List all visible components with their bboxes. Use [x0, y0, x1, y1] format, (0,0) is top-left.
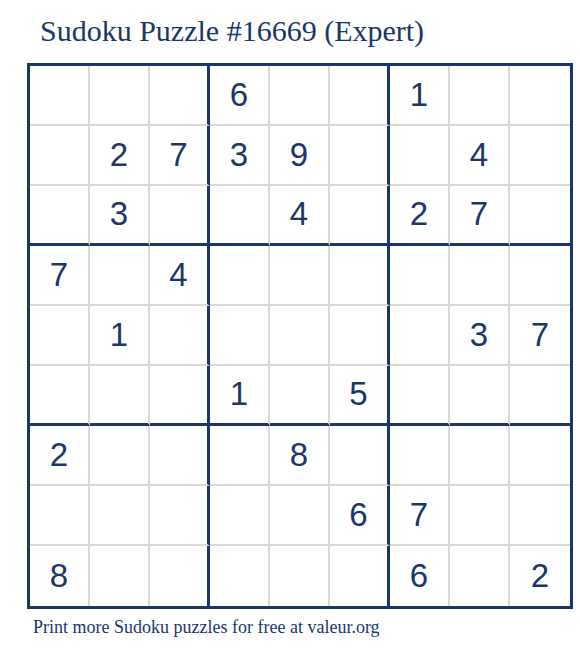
- cell-r6c2[interactable]: [90, 366, 150, 426]
- cell-r1c6[interactable]: [330, 66, 390, 126]
- cell-r5c2[interactable]: 1: [90, 306, 150, 366]
- cell-r9c5[interactable]: [270, 546, 330, 606]
- cell-r2c4[interactable]: 3: [210, 126, 270, 186]
- cell-r3c1[interactable]: [30, 186, 90, 246]
- cell-r4c2[interactable]: [90, 246, 150, 306]
- cell-r5c9[interactable]: 7: [510, 306, 570, 366]
- cell-r8c9[interactable]: [510, 486, 570, 546]
- sudoku-board: 6127394342774137152867862: [27, 63, 573, 609]
- cell-r3c2[interactable]: 3: [90, 186, 150, 246]
- cell-r6c8[interactable]: [450, 366, 510, 426]
- cell-r9c7[interactable]: 6: [390, 546, 450, 606]
- cell-r1c8[interactable]: [450, 66, 510, 126]
- cell-r5c8[interactable]: 3: [450, 306, 510, 366]
- cell-r4c3[interactable]: 4: [150, 246, 210, 306]
- cell-r5c7[interactable]: [390, 306, 450, 366]
- cell-r4c4[interactable]: [210, 246, 270, 306]
- cell-r7c9[interactable]: [510, 426, 570, 486]
- cell-r9c1[interactable]: 8: [30, 546, 90, 606]
- cell-r9c2[interactable]: [90, 546, 150, 606]
- cell-r8c1[interactable]: [30, 486, 90, 546]
- cell-r1c1[interactable]: [30, 66, 90, 126]
- cell-r7c6[interactable]: [330, 426, 390, 486]
- cell-r4c9[interactable]: [510, 246, 570, 306]
- cell-r8c2[interactable]: [90, 486, 150, 546]
- cell-r9c4[interactable]: [210, 546, 270, 606]
- cell-r2c1[interactable]: [30, 126, 90, 186]
- cell-r7c7[interactable]: [390, 426, 450, 486]
- cell-r9c8[interactable]: [450, 546, 510, 606]
- cell-r1c7[interactable]: 1: [390, 66, 450, 126]
- cell-r1c5[interactable]: [270, 66, 330, 126]
- cell-r4c8[interactable]: [450, 246, 510, 306]
- cell-r3c7[interactable]: 2: [390, 186, 450, 246]
- cell-r8c6[interactable]: 6: [330, 486, 390, 546]
- cell-r5c4[interactable]: [210, 306, 270, 366]
- cell-r2c8[interactable]: 4: [450, 126, 510, 186]
- cell-r8c3[interactable]: [150, 486, 210, 546]
- cell-r7c8[interactable]: [450, 426, 510, 486]
- cell-r5c5[interactable]: [270, 306, 330, 366]
- footer-text: Print more Sudoku puzzles for free at va…: [33, 617, 580, 638]
- cell-r7c2[interactable]: [90, 426, 150, 486]
- cell-r7c4[interactable]: [210, 426, 270, 486]
- cell-r8c8[interactable]: [450, 486, 510, 546]
- cell-r5c6[interactable]: [330, 306, 390, 366]
- cell-r3c6[interactable]: [330, 186, 390, 246]
- cell-r9c6[interactable]: [330, 546, 390, 606]
- cell-r4c5[interactable]: [270, 246, 330, 306]
- cell-r9c9[interactable]: 2: [510, 546, 570, 606]
- cell-r2c7[interactable]: [390, 126, 450, 186]
- cell-r2c2[interactable]: 2: [90, 126, 150, 186]
- page-title: Sudoku Puzzle #16669 (Expert): [40, 14, 580, 49]
- cell-r9c3[interactable]: [150, 546, 210, 606]
- cell-r8c7[interactable]: 7: [390, 486, 450, 546]
- cell-r1c4[interactable]: 6: [210, 66, 270, 126]
- cell-r7c3[interactable]: [150, 426, 210, 486]
- cell-r3c4[interactable]: [210, 186, 270, 246]
- cell-r4c1[interactable]: 7: [30, 246, 90, 306]
- cell-r3c8[interactable]: 7: [450, 186, 510, 246]
- cell-r3c3[interactable]: [150, 186, 210, 246]
- cell-r2c9[interactable]: [510, 126, 570, 186]
- cell-r8c5[interactable]: [270, 486, 330, 546]
- cell-r3c9[interactable]: [510, 186, 570, 246]
- cell-r4c7[interactable]: [390, 246, 450, 306]
- cell-r7c5[interactable]: 8: [270, 426, 330, 486]
- cell-r3c5[interactable]: 4: [270, 186, 330, 246]
- cell-r7c1[interactable]: 2: [30, 426, 90, 486]
- cell-r5c1[interactable]: [30, 306, 90, 366]
- cell-r6c9[interactable]: [510, 366, 570, 426]
- cell-r4c6[interactable]: [330, 246, 390, 306]
- cell-r1c3[interactable]: [150, 66, 210, 126]
- cell-r2c6[interactable]: [330, 126, 390, 186]
- cell-r1c2[interactable]: [90, 66, 150, 126]
- cell-r8c4[interactable]: [210, 486, 270, 546]
- cell-r6c3[interactable]: [150, 366, 210, 426]
- cell-r2c5[interactable]: 9: [270, 126, 330, 186]
- cell-r2c3[interactable]: 7: [150, 126, 210, 186]
- cell-r6c5[interactable]: [270, 366, 330, 426]
- cell-r6c7[interactable]: [390, 366, 450, 426]
- cell-r6c4[interactable]: 1: [210, 366, 270, 426]
- cell-r6c1[interactable]: [30, 366, 90, 426]
- cell-r1c9[interactable]: [510, 66, 570, 126]
- cell-r5c3[interactable]: [150, 306, 210, 366]
- cell-r6c6[interactable]: 5: [330, 366, 390, 426]
